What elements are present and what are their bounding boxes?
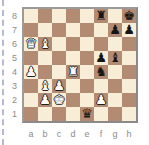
square-c6[interactable]: [52, 37, 66, 51]
square-b1[interactable]: [38, 107, 52, 121]
square-f2[interactable]: ♟: [94, 93, 108, 107]
square-f5[interactable]: ♟: [94, 51, 108, 65]
file-label-d: d: [66, 129, 80, 139]
chess-diagram: 87654321 ♜♚♟♟♛♝♟♝♟♜♞♝♟♟♚♟♛: [7, 7, 138, 123]
rank-label-3: 3: [7, 79, 22, 93]
piece-white-pawn[interactable]: ♟: [53, 79, 65, 93]
square-c4[interactable]: [52, 65, 66, 79]
square-d3[interactable]: [66, 79, 80, 93]
square-a6[interactable]: ♛: [24, 37, 38, 51]
square-d4[interactable]: ♜: [66, 65, 80, 79]
file-label-g: g: [108, 129, 122, 139]
chess-board: ♜♚♟♟♛♝♟♝♟♜♞♝♟♟♚♟♛: [22, 7, 138, 123]
piece-black-pawn[interactable]: ♟: [123, 23, 135, 37]
square-a2[interactable]: [24, 93, 38, 107]
piece-white-queen[interactable]: ♛: [25, 37, 37, 51]
square-d5[interactable]: [66, 51, 80, 65]
square-a3[interactable]: [24, 79, 38, 93]
square-b7[interactable]: [38, 23, 52, 37]
piece-black-queen[interactable]: ♛: [81, 107, 93, 121]
square-d8[interactable]: [66, 9, 80, 23]
square-g5[interactable]: ♝: [108, 51, 122, 65]
piece-black-knight[interactable]: ♞: [95, 65, 107, 79]
square-a4[interactable]: ♟: [24, 65, 38, 79]
piece-black-pawn[interactable]: ♟: [95, 51, 107, 65]
square-a5[interactable]: [24, 51, 38, 65]
square-e2[interactable]: [80, 93, 94, 107]
square-g7[interactable]: ♟: [108, 23, 122, 37]
square-h6[interactable]: [122, 37, 136, 51]
square-e1[interactable]: ♛: [80, 107, 94, 121]
square-f3[interactable]: [94, 79, 108, 93]
square-b5[interactable]: [38, 51, 52, 65]
square-c8[interactable]: [52, 9, 66, 23]
piece-white-pawn[interactable]: ♟: [39, 93, 51, 107]
square-d2[interactable]: [66, 93, 80, 107]
square-c3[interactable]: ♟: [52, 79, 66, 93]
square-b6[interactable]: ♝: [38, 37, 52, 51]
square-g8[interactable]: [108, 9, 122, 23]
piece-white-pawn[interactable]: ♟: [25, 65, 37, 79]
piece-white-rook[interactable]: ♜: [67, 65, 79, 79]
square-d6[interactable]: [66, 37, 80, 51]
square-e5[interactable]: [80, 51, 94, 65]
square-g6[interactable]: [108, 37, 122, 51]
file-label-h: h: [122, 129, 136, 139]
rank-label-6: 6: [7, 37, 22, 51]
piece-white-pawn[interactable]: ♟: [95, 93, 107, 107]
square-c7[interactable]: [52, 23, 66, 37]
piece-black-bishop[interactable]: ♝: [109, 51, 121, 65]
square-g4[interactable]: [108, 65, 122, 79]
square-a1[interactable]: [24, 107, 38, 121]
square-d7[interactable]: [66, 23, 80, 37]
square-f6[interactable]: [94, 37, 108, 51]
square-h8[interactable]: ♚: [122, 9, 136, 23]
square-e3[interactable]: [80, 79, 94, 93]
square-c1[interactable]: [52, 107, 66, 121]
square-c5[interactable]: [52, 51, 66, 65]
file-label-c: c: [52, 129, 66, 139]
piece-white-bishop[interactable]: ♝: [39, 37, 51, 51]
chess-diagram-page: 87654321 ♜♚♟♟♛♝♟♝♟♜♞♝♟♟♚♟♛ abcdefgh: [0, 0, 149, 145]
file-labels: abcdefgh: [24, 129, 136, 139]
file-label-e: e: [80, 129, 94, 139]
rank-label-2: 2: [7, 93, 22, 107]
piece-white-bishop[interactable]: ♝: [39, 79, 51, 93]
rank-label-5: 5: [7, 51, 22, 65]
square-a7[interactable]: [24, 23, 38, 37]
square-e6[interactable]: [80, 37, 94, 51]
square-e8[interactable]: [80, 9, 94, 23]
file-label-b: b: [38, 129, 52, 139]
rank-label-8: 8: [7, 9, 22, 23]
rank-labels: 87654321: [7, 7, 22, 121]
piece-white-king[interactable]: ♚: [53, 93, 65, 107]
square-h4[interactable]: [122, 65, 136, 79]
square-h1[interactable]: [122, 107, 136, 121]
piece-black-pawn[interactable]: ♟: [109, 23, 121, 37]
square-f4[interactable]: ♞: [94, 65, 108, 79]
square-h5[interactable]: [122, 51, 136, 65]
file-label-f: f: [94, 129, 108, 139]
square-g2[interactable]: [108, 93, 122, 107]
square-a8[interactable]: [24, 9, 38, 23]
square-h3[interactable]: [122, 79, 136, 93]
rank-label-1: 1: [7, 107, 22, 121]
square-b8[interactable]: [38, 9, 52, 23]
square-h7[interactable]: ♟: [122, 23, 136, 37]
file-label-a: a: [24, 129, 38, 139]
left-dashed-border: [2, 0, 4, 145]
square-b2[interactable]: ♟: [38, 93, 52, 107]
square-f8[interactable]: ♜: [94, 9, 108, 23]
square-c2[interactable]: ♚: [52, 93, 66, 107]
square-f7[interactable]: [94, 23, 108, 37]
square-d1[interactable]: [66, 107, 80, 121]
square-b3[interactable]: ♝: [38, 79, 52, 93]
piece-black-king[interactable]: ♚: [123, 9, 135, 23]
square-h2[interactable]: [122, 93, 136, 107]
square-e7[interactable]: [80, 23, 94, 37]
rank-label-7: 7: [7, 23, 22, 37]
square-f1[interactable]: [94, 107, 108, 121]
rank-label-4: 4: [7, 65, 22, 79]
square-g1[interactable]: [108, 107, 122, 121]
square-b4[interactable]: [38, 65, 52, 79]
square-g3[interactable]: [108, 79, 122, 93]
piece-black-rook[interactable]: ♜: [95, 9, 107, 23]
square-e4[interactable]: [80, 65, 94, 79]
